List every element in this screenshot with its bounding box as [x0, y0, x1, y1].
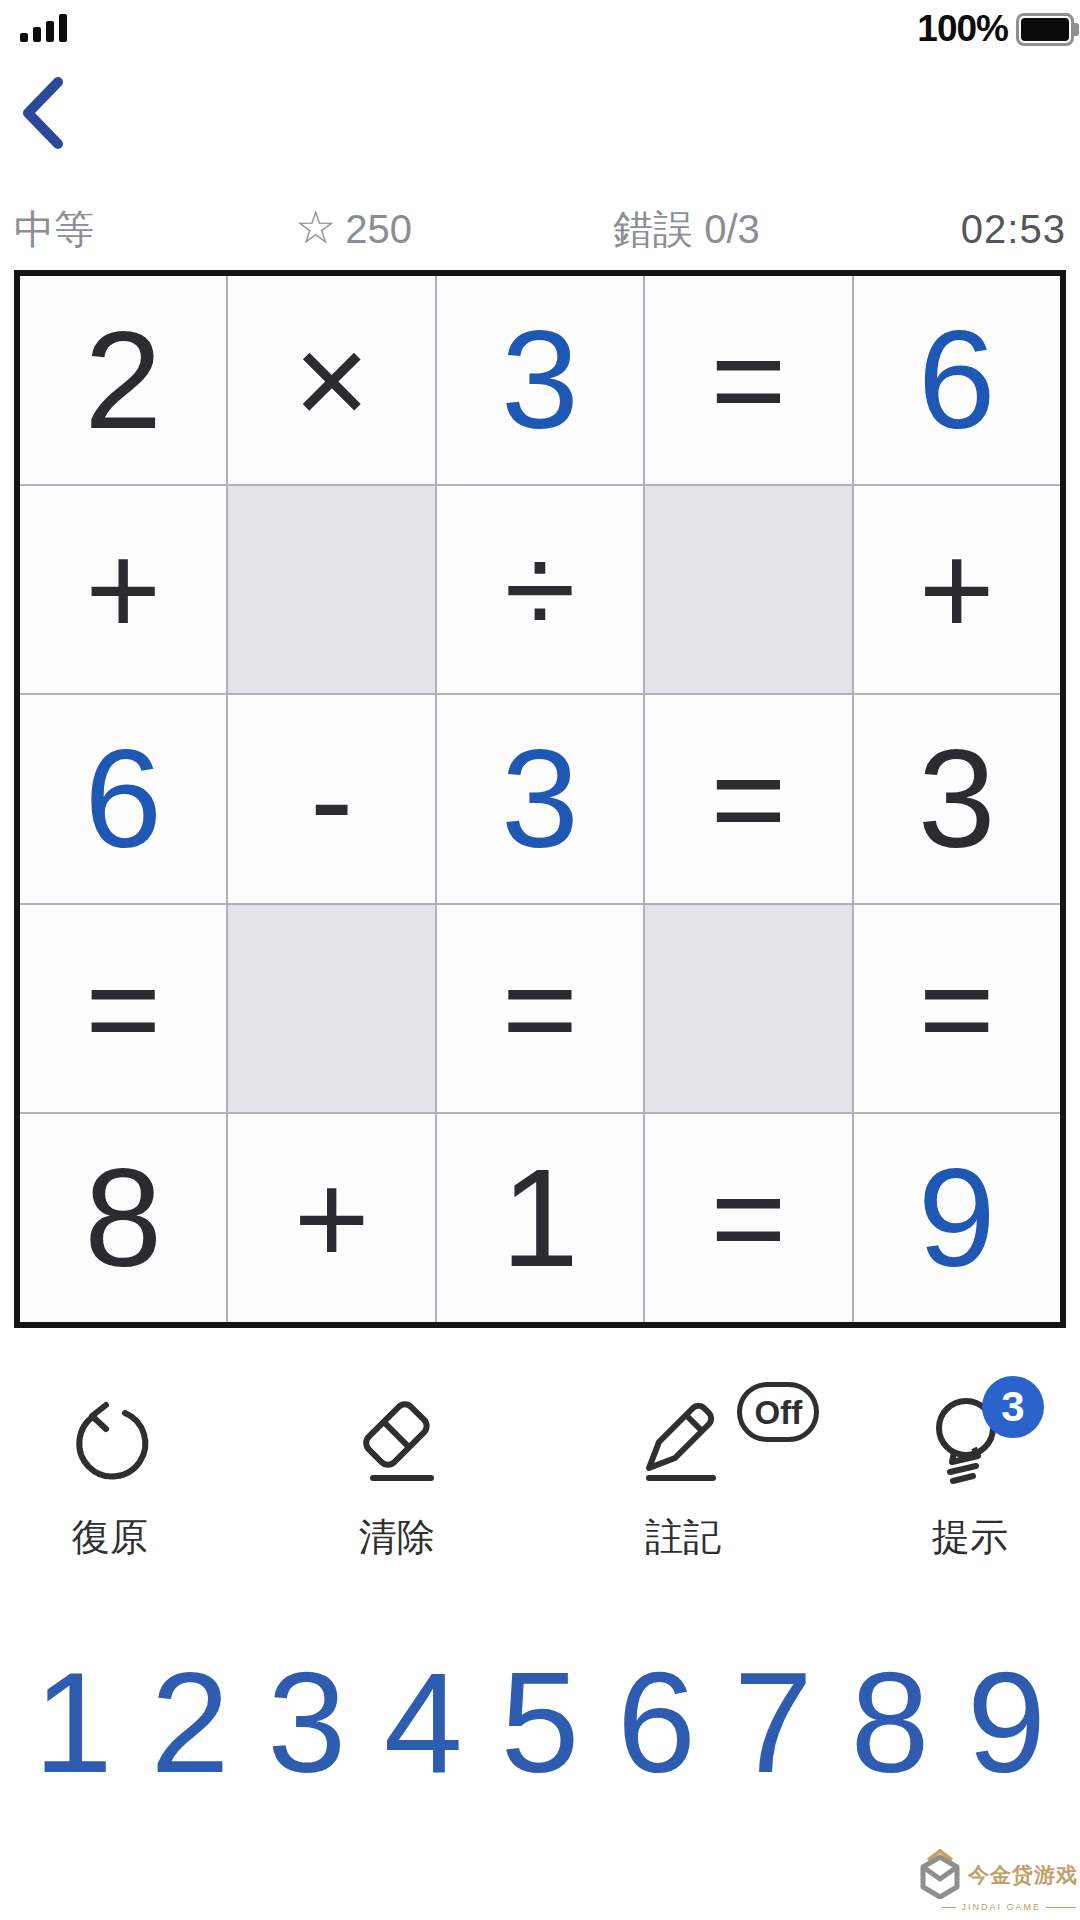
puzzle-board: 2×3=6+÷+6-3=3===8+1=9 [14, 270, 1066, 1328]
errors-counter: 錯誤 0/3 [613, 209, 760, 249]
difficulty-label: 中等 [14, 209, 94, 249]
cube-logo-icon [917, 1849, 963, 1899]
hint-count-badge: 3 [982, 1376, 1044, 1438]
notes-button[interactable]: Off 註記 [598, 1388, 768, 1556]
erase-label: 清除 [359, 1518, 435, 1556]
numpad-key-4[interactable]: 4 [384, 1652, 463, 1794]
chevron-left-icon [14, 74, 74, 152]
notes-label: 註記 [645, 1518, 721, 1556]
undo-button[interactable]: 復原 [25, 1388, 195, 1556]
numpad-key-3[interactable]: 3 [267, 1652, 346, 1794]
battery-icon [1016, 13, 1074, 46]
timer: 02:53 [961, 209, 1066, 249]
cell-r2c4-block [645, 486, 851, 694]
status-bar: 100% [0, 6, 1080, 50]
eraser-icon [347, 1396, 447, 1492]
cell-r4c1: = [20, 905, 226, 1113]
cellular-signal-icon [20, 12, 67, 42]
undo-icon [64, 1400, 156, 1492]
cell-r4c2-block [228, 905, 434, 1113]
hint-button[interactable]: 3 提示 [885, 1388, 1055, 1556]
watermark-subtitle: JINDAI GAME [942, 1903, 1076, 1912]
numpad-key-7[interactable]: 7 [734, 1652, 813, 1794]
pencil-icon [633, 1396, 733, 1492]
cell-r5c5[interactable]: 9 [854, 1114, 1060, 1322]
back-button[interactable] [14, 74, 74, 152]
cell-r5c1[interactable]: 8 [20, 1114, 226, 1322]
score-value: 250 [345, 209, 412, 249]
numpad-key-2[interactable]: 2 [150, 1652, 229, 1794]
game-header: 中等 ☆ 250 錯誤 0/3 02:53 [0, 203, 1080, 255]
battery-percent: 100% [917, 8, 1008, 50]
cell-r1c2: × [228, 276, 434, 484]
undo-label: 復原 [72, 1518, 148, 1556]
numpad-key-6[interactable]: 6 [617, 1652, 696, 1794]
star-icon: ☆ [295, 204, 336, 250]
cell-r1c3[interactable]: 3 [437, 276, 643, 484]
cell-r1c1[interactable]: 2 [20, 276, 226, 484]
cell-r4c5: = [854, 905, 1060, 1113]
cell-r1c5[interactable]: 6 [854, 276, 1060, 484]
cell-r2c1: + [20, 486, 226, 694]
hint-label: 提示 [932, 1518, 1008, 1556]
cell-r2c3: ÷ [437, 486, 643, 694]
cell-r5c3[interactable]: 1 [437, 1114, 643, 1322]
score-display: ☆ 250 [295, 206, 412, 252]
cell-r2c5: + [854, 486, 1060, 694]
numpad: 123456789 [0, 1652, 1080, 1794]
cell-r5c2: + [228, 1114, 434, 1322]
cell-r3c1[interactable]: 6 [20, 695, 226, 903]
cell-r1c4: = [645, 276, 851, 484]
numpad-key-1[interactable]: 1 [34, 1652, 113, 1794]
cell-r2c2-block [228, 486, 434, 694]
cell-r5c4: = [645, 1114, 851, 1322]
watermark-title: 今金贷游戏 [968, 1864, 1078, 1885]
watermark: 今金贷游戏 JINDAI GAME [917, 1849, 1078, 1912]
cell-r3c4: = [645, 695, 851, 903]
numpad-key-5[interactable]: 5 [500, 1652, 579, 1794]
cell-r3c5[interactable]: 3 [854, 695, 1060, 903]
toolbar: 復原 清除 Off 註記 [0, 1388, 1080, 1556]
cell-r4c4-block [645, 905, 851, 1113]
cell-r3c2: - [228, 695, 434, 903]
cell-r4c3: = [437, 905, 643, 1113]
erase-button[interactable]: 清除 [312, 1388, 482, 1556]
notes-off-badge: Off [737, 1382, 819, 1442]
cell-r3c3[interactable]: 3 [437, 695, 643, 903]
numpad-key-9[interactable]: 9 [967, 1652, 1046, 1794]
numpad-key-8[interactable]: 8 [850, 1652, 929, 1794]
